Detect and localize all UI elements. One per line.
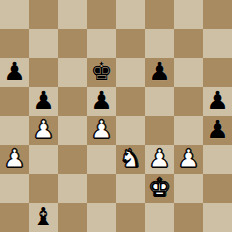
square-b6[interactable] [29, 58, 58, 87]
square-f7[interactable] [145, 29, 174, 58]
square-h4[interactable]: ♟ [203, 116, 232, 145]
square-g3[interactable]: ♟ [174, 145, 203, 174]
piece-black-pawn[interactable]: ♟ [32, 87, 54, 115]
square-f8[interactable] [145, 0, 174, 29]
square-c4[interactable] [58, 116, 87, 145]
piece-white-pawn[interactable]: ♟ [177, 145, 199, 173]
piece-black-pawn[interactable]: ♟ [206, 116, 228, 144]
chess-board: ♟♚♟♟♟♟♟♟♟♟♞♟♟♚♝ [0, 0, 232, 232]
square-a6[interactable]: ♟ [0, 58, 29, 87]
square-a1[interactable] [0, 203, 29, 232]
square-h1[interactable] [203, 203, 232, 232]
square-c3[interactable] [58, 145, 87, 174]
square-c2[interactable] [58, 174, 87, 203]
square-h3[interactable] [203, 145, 232, 174]
square-g7[interactable] [174, 29, 203, 58]
piece-black-pawn[interactable]: ♟ [90, 87, 112, 115]
square-d5[interactable]: ♟ [87, 87, 116, 116]
piece-black-pawn[interactable]: ♟ [3, 58, 25, 86]
square-f6[interactable]: ♟ [145, 58, 174, 87]
square-a4[interactable] [0, 116, 29, 145]
square-h2[interactable] [203, 174, 232, 203]
square-h7[interactable] [203, 29, 232, 58]
square-b1[interactable]: ♝ [29, 203, 58, 232]
square-c7[interactable] [58, 29, 87, 58]
piece-white-pawn[interactable]: ♟ [32, 116, 54, 144]
square-e6[interactable] [116, 58, 145, 87]
piece-white-pawn[interactable]: ♟ [90, 116, 112, 144]
square-e7[interactable] [116, 29, 145, 58]
square-h6[interactable] [203, 58, 232, 87]
square-f2[interactable]: ♚ [145, 174, 174, 203]
square-c8[interactable] [58, 0, 87, 29]
square-h8[interactable] [203, 0, 232, 29]
square-a8[interactable] [0, 0, 29, 29]
square-d6[interactable]: ♚ [87, 58, 116, 87]
square-g6[interactable] [174, 58, 203, 87]
square-f3[interactable]: ♟ [145, 145, 174, 174]
square-b7[interactable] [29, 29, 58, 58]
square-b2[interactable] [29, 174, 58, 203]
square-f5[interactable] [145, 87, 174, 116]
square-a7[interactable] [0, 29, 29, 58]
square-d7[interactable] [87, 29, 116, 58]
piece-black-pawn[interactable]: ♟ [206, 87, 228, 115]
square-g5[interactable] [174, 87, 203, 116]
square-a5[interactable] [0, 87, 29, 116]
square-b3[interactable] [29, 145, 58, 174]
square-g8[interactable] [174, 0, 203, 29]
square-g1[interactable] [174, 203, 203, 232]
piece-white-pawn[interactable]: ♟ [148, 145, 170, 173]
piece-black-king[interactable]: ♚ [90, 58, 112, 86]
square-e5[interactable] [116, 87, 145, 116]
square-h5[interactable]: ♟ [203, 87, 232, 116]
square-d8[interactable] [87, 0, 116, 29]
square-b4[interactable]: ♟ [29, 116, 58, 145]
square-g4[interactable] [174, 116, 203, 145]
square-e8[interactable] [116, 0, 145, 29]
square-d4[interactable]: ♟ [87, 116, 116, 145]
square-c1[interactable] [58, 203, 87, 232]
square-e2[interactable] [116, 174, 145, 203]
square-a3[interactable]: ♟ [0, 145, 29, 174]
square-d3[interactable] [87, 145, 116, 174]
square-c5[interactable] [58, 87, 87, 116]
square-e4[interactable] [116, 116, 145, 145]
square-b5[interactable]: ♟ [29, 87, 58, 116]
square-c6[interactable] [58, 58, 87, 87]
square-a2[interactable] [0, 174, 29, 203]
square-b8[interactable] [29, 0, 58, 29]
square-e3[interactable]: ♞ [116, 145, 145, 174]
square-d1[interactable] [87, 203, 116, 232]
piece-white-knight[interactable]: ♞ [119, 145, 141, 173]
square-d2[interactable] [87, 174, 116, 203]
piece-black-bishop[interactable]: ♝ [32, 203, 54, 231]
piece-white-king[interactable]: ♚ [148, 174, 170, 202]
square-f4[interactable] [145, 116, 174, 145]
piece-black-pawn[interactable]: ♟ [148, 58, 170, 86]
square-f1[interactable] [145, 203, 174, 232]
square-e1[interactable] [116, 203, 145, 232]
square-g2[interactable] [174, 174, 203, 203]
piece-white-pawn[interactable]: ♟ [3, 145, 25, 173]
